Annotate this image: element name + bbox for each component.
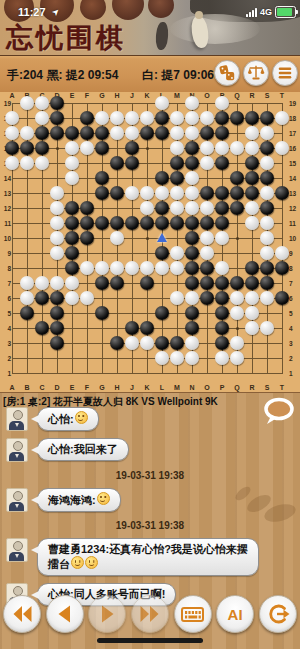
app-title: 忘忧围棋 xyxy=(6,20,126,56)
black-stone xyxy=(170,336,184,350)
black-stone xyxy=(185,141,199,155)
black-stone xyxy=(230,201,244,215)
coord-number-right: 15 xyxy=(289,160,299,167)
white-stone xyxy=(80,291,94,305)
coord-number-right: 12 xyxy=(289,205,299,212)
fast-forward-button[interactable] xyxy=(131,595,169,633)
coord-number-left: 14 xyxy=(1,175,11,182)
chat-bubble: 曹建勇1234:还真有心怡?我是说心怡来摆擂台 xyxy=(37,538,259,576)
black-stone xyxy=(200,126,214,140)
white-stone xyxy=(275,111,289,125)
white-stone xyxy=(185,96,199,110)
black-stone xyxy=(155,171,169,185)
white-stone xyxy=(260,156,274,170)
scales-button[interactable] xyxy=(243,60,269,86)
black-stone xyxy=(125,321,139,335)
black-stone xyxy=(65,201,79,215)
white-stone xyxy=(80,141,94,155)
black-stone xyxy=(155,336,169,350)
coord-letter-top: G xyxy=(96,92,108,99)
white-stone xyxy=(65,156,79,170)
coord-letter-bottom: G xyxy=(96,384,108,391)
white-stone xyxy=(155,261,169,275)
chat-bubble: 心怡: xyxy=(37,407,99,431)
black-stone xyxy=(80,126,94,140)
black-stone xyxy=(140,126,154,140)
white-stone xyxy=(50,186,64,200)
black-stone xyxy=(275,261,289,275)
white-stone xyxy=(170,111,184,125)
move-count-label: 手:204 xyxy=(7,68,43,82)
black-stone xyxy=(215,276,229,290)
coord-number-left: 6 xyxy=(1,295,11,302)
white-stone xyxy=(185,336,199,350)
black-stone xyxy=(50,306,64,320)
coord-letter-top: F xyxy=(81,92,93,99)
white-stone xyxy=(215,261,229,275)
black-stone xyxy=(110,186,124,200)
white-stone xyxy=(140,201,154,215)
black-stone xyxy=(245,156,259,170)
coord-number-right: 18 xyxy=(289,115,299,122)
coord-number-left: 13 xyxy=(1,190,11,197)
coord-number-right: 1 xyxy=(289,370,299,377)
coord-letter-top: J xyxy=(126,92,138,99)
coord-number-right: 19 xyxy=(289,100,299,107)
white-stone xyxy=(80,261,94,275)
black-stone xyxy=(260,111,274,125)
exit-button[interactable] xyxy=(259,595,297,633)
white-stone xyxy=(230,306,244,320)
black-stone xyxy=(35,141,49,155)
black-stone xyxy=(50,111,64,125)
coord-number-left: 4 xyxy=(1,325,11,332)
user-avatar-icon xyxy=(6,407,28,431)
white-stone xyxy=(5,126,19,140)
white-stone xyxy=(260,321,274,335)
black-stone xyxy=(155,306,169,320)
white-stone xyxy=(185,126,199,140)
coord-number-right: 4 xyxy=(289,325,299,332)
star-point xyxy=(146,237,149,240)
banner-figure-dark xyxy=(155,22,169,51)
black-stone xyxy=(125,156,139,170)
coord-letter-top: T xyxy=(276,92,288,99)
white-stone xyxy=(170,201,184,215)
black-stone xyxy=(155,246,169,260)
black-stone xyxy=(95,171,109,185)
black-stone xyxy=(260,171,274,185)
chat-bubble: 心怡:我回来了 xyxy=(37,438,129,461)
black-stone xyxy=(200,186,214,200)
black-stone xyxy=(95,141,109,155)
white-stone xyxy=(200,246,214,260)
white-stone xyxy=(35,276,49,290)
white-stone xyxy=(5,111,19,125)
white-stone xyxy=(245,201,259,215)
white-stone xyxy=(20,276,34,290)
white-stone xyxy=(140,261,154,275)
black-stone xyxy=(110,216,124,230)
white-stone xyxy=(245,126,259,140)
coord-number-left: 2 xyxy=(1,355,11,362)
white-stone xyxy=(35,111,49,125)
white-stone xyxy=(35,96,49,110)
black-stone xyxy=(185,276,199,290)
go-board[interactable]: AABBCCDDEEFFGGHHJJKKLLMMNNOOPPQQRRSSTT19… xyxy=(0,92,300,393)
black-stone xyxy=(35,126,49,140)
rewind-to-start-button[interactable] xyxy=(3,595,41,633)
black-stone xyxy=(155,201,169,215)
coord-number-left: 5 xyxy=(1,310,11,317)
user-avatar-icon xyxy=(6,538,28,562)
white-stone xyxy=(245,306,259,320)
black-stone xyxy=(170,156,184,170)
coord-number-right: 8 xyxy=(289,265,299,272)
coord-letter-bottom: C xyxy=(36,384,48,391)
chat-message: 心怡:我回来了 xyxy=(6,438,300,462)
white-stone xyxy=(140,186,154,200)
white-stone xyxy=(20,291,34,305)
black-stone xyxy=(65,261,79,275)
black-stone xyxy=(230,276,244,290)
white-stone xyxy=(155,351,169,365)
white-stone xyxy=(200,201,214,215)
status-bar: 11:27 ➤ 4G xyxy=(0,5,300,21)
black-stone xyxy=(200,261,214,275)
chat-timestamp: 19-03-31 19:38 xyxy=(0,520,300,531)
black-stone xyxy=(140,276,154,290)
white-stone xyxy=(125,186,139,200)
white-stone xyxy=(140,336,154,350)
black-stone xyxy=(215,321,229,335)
white-stone xyxy=(230,351,244,365)
black-stone xyxy=(245,276,259,290)
coord-letter-top: R xyxy=(246,92,258,99)
black-stone xyxy=(230,171,244,185)
chat-message: 曹建勇1234:还真有心怡?我是说心怡来摆擂台 xyxy=(6,538,300,576)
coord-letter-bottom: T xyxy=(276,384,288,391)
white-stone xyxy=(170,186,184,200)
black-stone xyxy=(50,321,64,335)
coord-letter-bottom: L xyxy=(156,384,168,391)
white-stone xyxy=(230,291,244,305)
black-stone xyxy=(260,201,274,215)
white-stone xyxy=(95,261,109,275)
white-stone xyxy=(185,171,199,185)
coord-number-right: 6 xyxy=(289,295,299,302)
coord-letter-top: E xyxy=(66,92,78,99)
white-stone xyxy=(170,351,184,365)
white-stone xyxy=(245,216,259,230)
white-stone xyxy=(125,336,139,350)
black-stone xyxy=(185,261,199,275)
ai-button-label: AI xyxy=(228,606,243,623)
coord-number-left: 7 xyxy=(1,280,11,287)
white-stone xyxy=(215,231,229,245)
white-stone xyxy=(110,126,124,140)
menu-button[interactable] xyxy=(272,60,298,86)
chat-message: 心怡: xyxy=(6,407,300,431)
white-stone xyxy=(155,186,169,200)
black-stone xyxy=(230,111,244,125)
coord-number-right: 14 xyxy=(289,175,299,182)
black-stone xyxy=(185,231,199,245)
coord-number-left: 11 xyxy=(1,220,11,227)
black-stone xyxy=(140,321,154,335)
white-stone xyxy=(50,231,64,245)
white-stone xyxy=(260,291,274,305)
chat-timestamp: 19-03-31 19:38 xyxy=(0,470,300,481)
black-stone xyxy=(95,186,109,200)
white-stone xyxy=(50,216,64,230)
black-stone xyxy=(50,126,64,140)
coord-letter-bottom: K xyxy=(141,384,153,391)
coord-letter-bottom: F xyxy=(81,384,93,391)
black-stone xyxy=(260,141,274,155)
chat-message: 海鸿海鸿: xyxy=(6,488,300,512)
coord-letter-bottom: H xyxy=(111,384,123,391)
coord-letter-bottom: O xyxy=(201,384,213,391)
black-stone xyxy=(245,261,259,275)
black-stone xyxy=(215,186,229,200)
white-stone xyxy=(230,336,244,350)
black-stone xyxy=(215,216,229,230)
black-stone xyxy=(215,126,229,140)
coord-letter-top: K xyxy=(141,92,153,99)
black-stone xyxy=(185,246,199,260)
coord-letter-top: S xyxy=(261,92,273,99)
black-stone xyxy=(140,216,154,230)
last-move-triangle-marker xyxy=(157,233,167,242)
bottom-toolbar: AI xyxy=(0,592,300,636)
battery-icon xyxy=(275,6,296,18)
coord-number-right: 3 xyxy=(289,340,299,347)
white-stone xyxy=(200,231,214,245)
black-stone xyxy=(80,216,94,230)
coord-number-left: 8 xyxy=(1,265,11,272)
white-stone xyxy=(110,231,124,245)
black-stone xyxy=(170,216,184,230)
white-stone xyxy=(245,291,259,305)
white-stone xyxy=(185,201,199,215)
black-stone xyxy=(50,336,64,350)
location-arrow-icon: ➤ xyxy=(50,6,62,18)
white-stone xyxy=(110,111,124,125)
black-stone xyxy=(185,156,199,170)
black-stone xyxy=(260,276,274,290)
status-time: 11:27 xyxy=(18,6,46,18)
white-stone xyxy=(245,321,259,335)
black-stone xyxy=(215,201,229,215)
coord-number-left: 3 xyxy=(1,340,11,347)
white-stone xyxy=(5,156,19,170)
white-stone xyxy=(245,141,259,155)
user-avatar-icon xyxy=(6,438,28,462)
step-forward-button[interactable] xyxy=(88,595,126,633)
coord-letter-bottom: J xyxy=(126,384,138,391)
coord-letter-bottom: N xyxy=(186,384,198,391)
coord-letter-bottom: S xyxy=(261,384,273,391)
white-stone xyxy=(200,156,214,170)
white-stone xyxy=(215,351,229,365)
black-player-status: 黑: 提2 09:54 xyxy=(46,68,118,82)
ai-button[interactable]: AI xyxy=(216,595,254,633)
coord-letter-top: A xyxy=(6,92,18,99)
white-stone xyxy=(140,111,154,125)
black-stone xyxy=(155,216,169,230)
white-stone xyxy=(20,126,34,140)
user-avatar-icon xyxy=(6,488,28,512)
coord-letter-bottom: P xyxy=(216,384,228,391)
chat-bubble: 海鸿海鸿: xyxy=(37,488,121,512)
white-stone xyxy=(65,141,79,155)
app-banner: 11:27 ➤ 4G 忘忧围棋 xyxy=(0,0,300,56)
keyboard-button[interactable] xyxy=(174,595,212,633)
white-stone xyxy=(50,246,64,260)
star-point xyxy=(146,147,149,150)
black-stone xyxy=(185,216,199,230)
black-stone xyxy=(260,261,274,275)
chat-text: 心怡:我回来了 xyxy=(48,443,118,455)
coord-letter-bottom: R xyxy=(246,384,258,391)
white-stone xyxy=(65,276,79,290)
coord-letter-bottom: B xyxy=(21,384,33,391)
black-stone xyxy=(200,276,214,290)
black-stone xyxy=(35,321,49,335)
black-stone xyxy=(215,156,229,170)
black-stone xyxy=(125,141,139,155)
black-stone xyxy=(65,216,79,230)
star-point xyxy=(56,147,59,150)
white-stone xyxy=(275,246,289,260)
smiley-emoji-icon xyxy=(97,492,110,505)
black-stone xyxy=(20,141,34,155)
star-point xyxy=(236,237,239,240)
white-stone xyxy=(185,186,199,200)
white-stone xyxy=(170,246,184,260)
black-stone xyxy=(80,231,94,245)
smiley-emoji-icon xyxy=(71,556,84,569)
white-stone xyxy=(20,156,34,170)
white-stone xyxy=(125,126,139,140)
coord-letter-top: Q xyxy=(231,92,243,99)
black-stone xyxy=(245,186,259,200)
black-stone xyxy=(110,276,124,290)
white-stone xyxy=(125,261,139,275)
white-stone xyxy=(215,96,229,110)
white-stone xyxy=(185,351,199,365)
white-stone xyxy=(65,291,79,305)
black-stone xyxy=(275,291,289,305)
dice-button[interactable] xyxy=(214,60,240,86)
coord-number-left: 9 xyxy=(1,250,11,257)
white-stone xyxy=(170,141,184,155)
home-indicator xyxy=(97,638,203,643)
white-stone xyxy=(185,291,199,305)
black-stone xyxy=(5,141,19,155)
white-stone xyxy=(185,111,199,125)
game-info-bar: 手:204 黑: 提2 09:54 白: 提7 09:06 xyxy=(0,56,300,94)
coord-number-right: 17 xyxy=(289,130,299,137)
black-stone xyxy=(65,231,79,245)
white-stone xyxy=(170,291,184,305)
white-stone xyxy=(275,141,289,155)
coord-number-right: 9 xyxy=(289,250,299,257)
white-stone xyxy=(20,96,34,110)
black-stone xyxy=(155,126,169,140)
black-stone xyxy=(110,156,124,170)
white-stone xyxy=(125,111,139,125)
black-stone xyxy=(185,321,199,335)
white-stone xyxy=(260,126,274,140)
coord-number-right: 5 xyxy=(289,310,299,317)
white-stone xyxy=(170,261,184,275)
white-stone xyxy=(260,231,274,245)
white-stone xyxy=(200,111,214,125)
coord-letter-bottom: A xyxy=(6,384,18,391)
black-stone xyxy=(80,201,94,215)
coord-letter-bottom: E xyxy=(66,384,78,391)
white-stone xyxy=(215,141,229,155)
white-stone xyxy=(260,246,274,260)
black-stone xyxy=(230,186,244,200)
black-stone xyxy=(95,126,109,140)
black-stone xyxy=(215,336,229,350)
coord-number-right: 10 xyxy=(289,235,299,242)
white-stone xyxy=(50,276,64,290)
coord-number-right: 2 xyxy=(289,355,299,362)
coord-number-left: 19 xyxy=(1,100,11,107)
black-stone xyxy=(125,216,139,230)
coord-letter-top: O xyxy=(201,92,213,99)
black-stone xyxy=(215,291,229,305)
black-stone xyxy=(275,186,289,200)
black-stone xyxy=(20,306,34,320)
coord-number-left: 10 xyxy=(1,235,11,242)
black-stone xyxy=(245,171,259,185)
white-player-status: 白: 提7 09:06 xyxy=(142,67,214,84)
black-stone xyxy=(245,111,259,125)
black-stone xyxy=(50,96,64,110)
black-stone xyxy=(170,171,184,185)
black-stone xyxy=(155,111,169,125)
network-label: 4G xyxy=(260,7,272,17)
coord-number-right: 7 xyxy=(289,280,299,287)
white-stone xyxy=(50,201,64,215)
black-stone xyxy=(50,291,64,305)
coord-letter-bottom: Q xyxy=(231,384,243,391)
chat-text: 心怡: xyxy=(48,413,74,425)
smiley-emoji-icon xyxy=(85,556,98,569)
coord-number-right: 13 xyxy=(289,190,299,197)
black-stone xyxy=(200,216,214,230)
smiley-emoji-icon xyxy=(75,411,88,424)
white-stone xyxy=(170,126,184,140)
coord-letter-top: M xyxy=(171,92,183,99)
step-back-button[interactable] xyxy=(46,595,84,633)
coord-letter-bottom: M xyxy=(171,384,183,391)
app-screen: 11:27 ➤ 4G 忘忧围棋 手:204 黑: 提2 09:54 白: 提7 … xyxy=(0,0,300,649)
star-point xyxy=(236,327,239,330)
white-stone xyxy=(110,261,124,275)
black-stone xyxy=(185,306,199,320)
white-stone xyxy=(155,96,169,110)
white-stone xyxy=(230,141,244,155)
signal-bars-icon xyxy=(246,7,257,17)
white-stone xyxy=(35,156,49,170)
black-stone xyxy=(110,336,124,350)
